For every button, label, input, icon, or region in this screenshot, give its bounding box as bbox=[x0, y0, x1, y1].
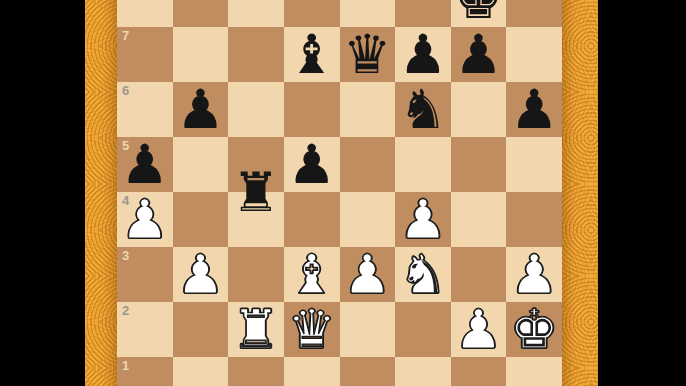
square-a2[interactable]: 2 bbox=[117, 302, 173, 357]
square-a4[interactable]: 4♟ bbox=[117, 192, 173, 247]
square-g2[interactable]: ♟ bbox=[451, 302, 507, 357]
square-h8[interactable] bbox=[506, 0, 562, 27]
square-b3[interactable]: ♟ bbox=[173, 247, 229, 302]
letterbox-left bbox=[0, 0, 85, 386]
rank-label-1: 1 bbox=[122, 358, 129, 374]
square-d6[interactable] bbox=[284, 82, 340, 137]
square-h4[interactable] bbox=[506, 192, 562, 247]
square-h1[interactable] bbox=[506, 357, 562, 386]
letterbox-right bbox=[598, 0, 686, 386]
square-d3[interactable]: ♝ bbox=[284, 247, 340, 302]
black-knight[interactable]: ♞ bbox=[395, 82, 451, 137]
square-d7[interactable]: ♝ bbox=[284, 27, 340, 82]
white-pawn[interactable]: ♟ bbox=[506, 247, 562, 302]
square-g1[interactable] bbox=[451, 357, 507, 386]
black-pawn[interactable]: ♟ bbox=[451, 27, 507, 82]
square-d4[interactable] bbox=[284, 192, 340, 247]
square-b1[interactable] bbox=[173, 357, 229, 386]
square-c1[interactable] bbox=[228, 357, 284, 386]
square-a5[interactable]: 5♟ bbox=[117, 137, 173, 192]
square-f5[interactable] bbox=[395, 137, 451, 192]
square-f6[interactable]: ♞ bbox=[395, 82, 451, 137]
rank-label-7: 7 bbox=[122, 28, 129, 44]
square-g6[interactable] bbox=[451, 82, 507, 137]
black-bishop[interactable]: ♝ bbox=[284, 27, 340, 82]
square-a1[interactable]: 1 bbox=[117, 357, 173, 386]
square-h7[interactable] bbox=[506, 27, 562, 82]
black-pawn[interactable]: ♟ bbox=[395, 27, 451, 82]
rank-label-6: 6 bbox=[122, 83, 129, 99]
white-knight[interactable]: ♞ bbox=[395, 247, 451, 302]
square-g7[interactable]: ♟ bbox=[451, 27, 507, 82]
square-c3[interactable] bbox=[228, 247, 284, 302]
square-d5[interactable]: ♟ bbox=[284, 137, 340, 192]
square-f4[interactable]: ♟ bbox=[395, 192, 451, 247]
white-rook[interactable]: ♜ bbox=[228, 302, 284, 357]
square-d1[interactable] bbox=[284, 357, 340, 386]
black-pawn[interactable]: ♟ bbox=[117, 137, 173, 192]
black-rook[interactable]: ♜ bbox=[228, 165, 284, 220]
square-f1[interactable] bbox=[395, 357, 451, 386]
video-frame: 8♚7♝♛♟♟6♟♞♟5♟♟4♟♜♟3♟♝♟♞♟2♜♛♟♚1 bbox=[0, 0, 686, 386]
white-pawn[interactable]: ♟ bbox=[117, 192, 173, 247]
rank-label-2: 2 bbox=[122, 303, 129, 319]
square-a3[interactable]: 3 bbox=[117, 247, 173, 302]
square-e2[interactable] bbox=[340, 302, 396, 357]
square-a8[interactable]: 8 bbox=[117, 0, 173, 27]
square-g3[interactable] bbox=[451, 247, 507, 302]
square-b4[interactable] bbox=[173, 192, 229, 247]
square-f3[interactable]: ♞ bbox=[395, 247, 451, 302]
square-b7[interactable] bbox=[173, 27, 229, 82]
square-c4[interactable]: ♜ bbox=[228, 192, 284, 247]
square-c6[interactable] bbox=[228, 82, 284, 137]
white-pawn[interactable]: ♟ bbox=[451, 302, 507, 357]
square-b2[interactable] bbox=[173, 302, 229, 357]
black-pawn[interactable]: ♟ bbox=[173, 82, 229, 137]
square-e4[interactable] bbox=[340, 192, 396, 247]
square-h3[interactable]: ♟ bbox=[506, 247, 562, 302]
square-f7[interactable]: ♟ bbox=[395, 27, 451, 82]
square-c8[interactable] bbox=[228, 0, 284, 27]
black-pawn[interactable]: ♟ bbox=[284, 137, 340, 192]
square-a7[interactable]: 7 bbox=[117, 27, 173, 82]
wallpaper-background: 8♚7♝♛♟♟6♟♞♟5♟♟4♟♜♟3♟♝♟♞♟2♜♛♟♚1 bbox=[85, 0, 598, 386]
square-e7[interactable]: ♛ bbox=[340, 27, 396, 82]
white-bishop[interactable]: ♝ bbox=[284, 247, 340, 302]
chess-board[interactable]: 8♚7♝♛♟♟6♟♞♟5♟♟4♟♜♟3♟♝♟♞♟2♜♛♟♚1 bbox=[117, 0, 562, 386]
square-c2[interactable]: ♜ bbox=[228, 302, 284, 357]
square-c7[interactable] bbox=[228, 27, 284, 82]
square-g4[interactable] bbox=[451, 192, 507, 247]
square-h6[interactable]: ♟ bbox=[506, 82, 562, 137]
square-h2[interactable]: ♚ bbox=[506, 302, 562, 357]
white-king[interactable]: ♚ bbox=[506, 302, 562, 357]
square-e5[interactable] bbox=[340, 137, 396, 192]
square-g5[interactable] bbox=[451, 137, 507, 192]
square-d2[interactable]: ♛ bbox=[284, 302, 340, 357]
white-pawn[interactable]: ♟ bbox=[340, 247, 396, 302]
square-b6[interactable]: ♟ bbox=[173, 82, 229, 137]
white-pawn[interactable]: ♟ bbox=[395, 192, 451, 247]
square-e6[interactable] bbox=[340, 82, 396, 137]
black-pawn[interactable]: ♟ bbox=[506, 82, 562, 137]
square-e3[interactable]: ♟ bbox=[340, 247, 396, 302]
square-e1[interactable] bbox=[340, 357, 396, 386]
square-f2[interactable] bbox=[395, 302, 451, 357]
square-h5[interactable] bbox=[506, 137, 562, 192]
white-queen[interactable]: ♛ bbox=[284, 302, 340, 357]
square-b8[interactable] bbox=[173, 0, 229, 27]
square-a6[interactable]: 6 bbox=[117, 82, 173, 137]
square-b5[interactable] bbox=[173, 137, 229, 192]
white-pawn[interactable]: ♟ bbox=[173, 247, 229, 302]
black-queen[interactable]: ♛ bbox=[340, 27, 396, 82]
